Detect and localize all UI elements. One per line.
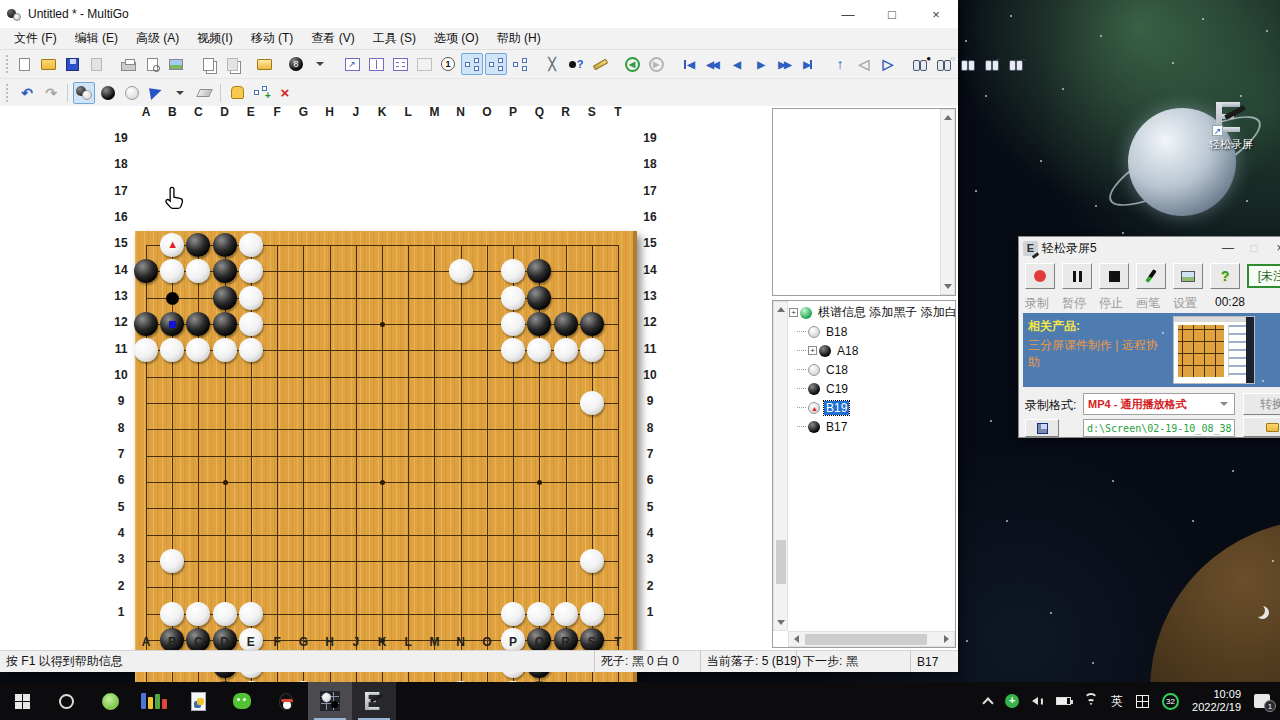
pen-icon — [1145, 269, 1156, 283]
open-file-button[interactable] — [37, 53, 59, 75]
taskbar-clock[interactable]: 10:09 2022/2/19 — [1192, 688, 1241, 714]
tree-horizontal-scrollbar[interactable] — [788, 631, 955, 647]
dropdown-caret-icon — [316, 62, 324, 66]
taskbar-apps — [0, 682, 396, 720]
grid-line — [146, 561, 619, 562]
stone-black-S16 — [580, 312, 604, 336]
app-tiles-button[interactable] — [132, 682, 176, 720]
coordinate-label: R — [553, 635, 579, 649]
tree-node-C19[interactable]: C19 — [789, 379, 955, 398]
tools-button[interactable]: ╳ — [541, 53, 563, 75]
grid-line — [146, 535, 619, 536]
tree-node-label: C18 — [824, 363, 850, 377]
stone-number-icon: 8 — [289, 57, 303, 71]
find-position-button[interactable] — [957, 53, 979, 75]
record-icon — [1034, 270, 1046, 282]
tree-branch-line — [797, 388, 806, 389]
star — [1172, 62, 1174, 64]
stone-alternate-button[interactable] — [73, 82, 95, 104]
dropdown-caret-button[interactable] — [309, 53, 331, 75]
stone-white-C15 — [186, 338, 210, 362]
find-next-button[interactable]: → — [1005, 53, 1027, 75]
copy-button[interactable] — [197, 53, 219, 75]
tree-view-2-icon — [489, 58, 504, 71]
delete-node-icon: × — [281, 84, 290, 101]
desktop-shortcut-recorder[interactable]: ↗ 轻松录屏 — [1198, 100, 1264, 166]
status-next-player: 下一步: 黑 — [796, 651, 910, 672]
convert-button[interactable]: 转换 — [1243, 393, 1280, 415]
coordinate-label: 3 — [637, 552, 663, 566]
close-button[interactable]: × — [914, 0, 958, 28]
split-vertical-icon — [369, 58, 384, 71]
minimize-button[interactable]: — — [826, 0, 870, 28]
stone-white-E16 — [239, 312, 263, 336]
star — [965, 40, 967, 42]
ime-grid-icon[interactable] — [1136, 695, 1149, 708]
new-file-button[interactable] — [13, 53, 35, 75]
recorder-button-label: 暂停 — [1062, 295, 1086, 312]
banner-title: 相关产品: — [1028, 318, 1080, 335]
pan-hand-button[interactable] — [226, 82, 248, 104]
stop-icon — [1109, 271, 1120, 282]
stone-white-E5 — [239, 602, 263, 626]
battery-percent-icon[interactable]: 32 — [1162, 693, 1179, 710]
folder-icon — [1266, 423, 1279, 432]
save-page-icon — [91, 58, 102, 71]
volume-icon[interactable] — [1032, 697, 1043, 706]
star — [1095, 205, 1097, 207]
stone-black-icon — [101, 86, 115, 100]
tree-node-A18[interactable]: +A18 — [789, 341, 955, 360]
coordinate-label: 6 — [637, 473, 663, 487]
search-button[interactable] — [44, 682, 88, 720]
stone-black-D18 — [213, 259, 237, 283]
coordinate-label: 9 — [637, 394, 663, 408]
scroll-thumb[interactable] — [776, 540, 786, 584]
status-captures: 死子: 黑 0 白 0 — [594, 651, 700, 672]
open-folder-button[interactable] — [1243, 417, 1280, 437]
branch-prev-button[interactable]: ◁ — [853, 53, 875, 75]
save-file-icon — [66, 58, 79, 71]
coordinate-label: C — [185, 105, 211, 119]
grid-line — [146, 429, 619, 430]
coordinate-label: 10 — [637, 368, 663, 382]
insert-node-button[interactable]: + — [250, 82, 272, 104]
app-wechat-button[interactable] — [220, 682, 264, 720]
tools-icon: ╳ — [548, 57, 555, 71]
find-white-button[interactable]: ○ — [933, 53, 955, 75]
stone-white-S15 — [580, 338, 604, 362]
dropdown-caret-button[interactable] — [169, 82, 191, 104]
game-tree: +棋谱信息 添加黑子 添加白子B18+A18C18C19▲B19B17 — [789, 303, 955, 615]
split-vertical-button[interactable] — [365, 53, 387, 75]
star — [1112, 480, 1114, 482]
toolbar-edit: ↶↷+× — [0, 78, 958, 106]
print-icon — [121, 62, 136, 71]
eraser-button[interactable] — [193, 82, 215, 104]
coordinate-label: G — [290, 635, 316, 649]
save-page-button[interactable] — [85, 53, 107, 75]
tree-node-C18[interactable]: C18 — [789, 360, 955, 379]
stone-white-S7 — [580, 549, 604, 573]
expander-icon[interactable]: + — [789, 308, 798, 317]
white-stone-icon — [808, 326, 820, 338]
stone-white-Q15 — [527, 338, 551, 362]
stone-white-button[interactable] — [121, 82, 143, 104]
triangle-icon: ▲ — [811, 404, 818, 413]
star — [1202, 18, 1204, 20]
tree-vertical-scrollbar[interactable] — [773, 301, 788, 631]
stone-white-S5 — [580, 602, 604, 626]
menu-options[interactable]: 选项 (O) — [426, 28, 487, 49]
pen-icon — [1224, 105, 1246, 120]
stone-white-B18 — [160, 259, 184, 283]
tree-view-2-button[interactable] — [485, 53, 507, 75]
nav-back-icon: ◀ — [733, 59, 739, 70]
coordinate-label: J — [343, 105, 369, 119]
show-move-1-button[interactable]: 1 — [437, 53, 459, 75]
dropdown-caret-icon — [176, 91, 184, 95]
tree-node-B19[interactable]: ▲B19 — [789, 398, 955, 417]
qq-icon — [279, 693, 293, 710]
game-tree-panel: +棋谱信息 添加黑子 添加白子B18+A18C18C19▲B19B17 — [772, 300, 956, 648]
print-preview-button[interactable] — [141, 53, 163, 75]
stone-black-D19 — [213, 233, 237, 257]
star — [1266, 30, 1268, 32]
redo-button[interactable]: ↷ — [40, 82, 62, 104]
coordinate-label: 1 — [108, 605, 134, 619]
comment-scrollbar[interactable] — [940, 109, 955, 295]
label-mode-icon — [149, 86, 163, 100]
screen: ↗ 轻松录屏 Untitled * - MultiGo — □ × 文件 (F)… — [0, 0, 1280, 720]
help-button[interactable]: ? — [1210, 263, 1240, 289]
save-file-button[interactable] — [61, 53, 83, 75]
floppy-icon — [1037, 423, 1048, 434]
tray-expand-icon[interactable] — [982, 697, 993, 708]
toolbar-grip[interactable] — [6, 55, 8, 73]
recorder-controls: ? — [1025, 263, 1240, 289]
board-only-button[interactable] — [413, 53, 435, 75]
toolbar-grip[interactable] — [6, 84, 11, 102]
stone-black-Q17 — [527, 286, 551, 310]
nav-back-button[interactable]: ◀ — [725, 53, 747, 75]
menu-view[interactable]: 查看 (V) — [303, 28, 362, 49]
recorder-maximize-button[interactable]: □ — [1241, 238, 1267, 258]
coordinate-label: E — [238, 105, 264, 119]
screenshot-icon — [1181, 271, 1195, 282]
app-360-button[interactable] — [88, 682, 132, 720]
recorder-app-icon: ↗ — [1214, 100, 1248, 134]
nav-first-button[interactable]: ◀ — [677, 53, 699, 75]
go-forward-circle-button[interactable]: ▶ — [645, 53, 667, 75]
stone-number-button[interactable]: 8 — [285, 53, 307, 75]
stone-black-Q18 — [527, 259, 551, 283]
menu-video[interactable]: 视频(I) — [189, 28, 240, 49]
next-move-preview — [166, 292, 179, 305]
app-qq-button[interactable] — [264, 682, 308, 720]
ad-banner[interactable]: 相关产品: 三分屏课件制作 | 远程协助 — [1023, 313, 1280, 387]
coordinate-label: 2 — [108, 579, 134, 593]
tree-view-3-button[interactable] — [509, 53, 531, 75]
star — [1100, 35, 1102, 37]
tree-node-label: C19 — [824, 382, 850, 396]
window-title: Untitled * - MultiGo — [28, 7, 826, 21]
stone-white-E15 — [239, 338, 263, 362]
stone-black-button[interactable] — [97, 82, 119, 104]
nav-ffwd-button[interactable]: ▶▶ — [773, 53, 795, 75]
print-button[interactable] — [117, 53, 139, 75]
nav-last-button[interactable]: ▶ — [797, 53, 819, 75]
settings-button[interactable] — [1173, 263, 1203, 289]
stone-white-Q5 — [527, 602, 551, 626]
find-prev-button[interactable]: ← — [981, 53, 1003, 75]
export-image-button[interactable] — [165, 53, 187, 75]
recorder-minimize-button[interactable]: — — [1215, 238, 1241, 258]
stone-white-P16 — [501, 312, 525, 336]
star — [1030, 242, 1032, 244]
guess-next-move-icon: ? — [569, 58, 584, 70]
expander-icon[interactable]: + — [808, 346, 817, 355]
find-position-icon — [961, 60, 975, 69]
stone-white-B5 — [160, 602, 184, 626]
format-dropdown[interactable]: MP4 - 通用播放格式 — [1083, 393, 1235, 415]
coordinate-label: Q — [526, 105, 552, 119]
white-stone-icon — [808, 364, 820, 376]
stone-white-R15 — [554, 338, 578, 362]
coordinate-label: A — [133, 635, 159, 649]
plus-icon: + — [265, 90, 271, 101]
status-hover-coordinate: B17 — [910, 651, 958, 672]
tree-node-label: 棋谱信息 添加黑子 添加白子 — [816, 304, 955, 321]
menu-edit[interactable]: 编辑 (E) — [67, 28, 126, 49]
coordinate-label: 13 — [108, 289, 134, 303]
magnifier-icon — [153, 65, 160, 72]
tree-branch-line — [797, 350, 806, 351]
coordinate-label: P — [500, 105, 526, 119]
paste-button[interactable] — [221, 53, 243, 75]
separator — [67, 84, 68, 102]
black-stone-icon — [808, 383, 820, 395]
star — [1040, 160, 1042, 162]
find-next-icon: → — [1009, 60, 1023, 69]
nav-first-icon: ◀ — [683, 59, 693, 70]
find-prev-icon: ← — [985, 60, 999, 69]
recorder-title-bar[interactable]: E 轻松录屏5 — □ × — [1019, 237, 1280, 259]
undo-button[interactable]: ↶ — [16, 82, 38, 104]
wechat-icon — [233, 693, 251, 709]
coordinate-label: 5 — [637, 500, 663, 514]
stone-black-D16 — [213, 312, 237, 336]
go-forward-circle-icon: ▶ — [649, 57, 664, 72]
nav-rewind-button[interactable]: ◀◀ — [701, 53, 723, 75]
stone-white-P18 — [501, 259, 525, 283]
multigo-logo-icon — [6, 6, 22, 22]
antivirus-tray-icon[interactable]: + — [1005, 694, 1019, 708]
undo-icon: ↶ — [21, 85, 33, 101]
find-black-button[interactable]: ● — [909, 53, 931, 75]
recorder-button-label: 停止 — [1099, 295, 1123, 312]
star — [1192, 520, 1194, 522]
coordinate-label: 16 — [637, 210, 663, 224]
coordinate-label: 11 — [108, 342, 134, 356]
go-back-circle-button[interactable]: ◀ — [621, 53, 643, 75]
pause-button[interactable] — [1062, 263, 1092, 289]
coordinate-label: 13 — [637, 289, 663, 303]
output-path-field[interactable]: d:\Screen\02-19-10_08_38.mp4 — [1083, 419, 1235, 437]
star — [990, 420, 992, 422]
ime-language-indicator[interactable]: 英 — [1111, 693, 1123, 710]
tiles-icon — [141, 693, 167, 709]
coordinate-label: O — [474, 635, 500, 649]
shortcut-arrow-icon: ↗ — [1212, 125, 1223, 136]
menu-help[interactable]: 帮助 (H) — [489, 28, 549, 49]
wifi-icon[interactable] — [1084, 696, 1098, 707]
coordinate-label: 4 — [108, 526, 134, 540]
stone-alternate-icon — [76, 86, 92, 100]
star — [1092, 662, 1094, 664]
black-stone-icon — [808, 421, 820, 433]
stone-dot — [569, 61, 576, 68]
recorder-icon — [364, 691, 384, 711]
mouse-cursor-hand — [163, 186, 187, 212]
register-status[interactable]: [未注册] — [1247, 264, 1280, 288]
recorder-preview-thumbnail — [1173, 316, 1255, 384]
coordinate-label: 12 — [108, 315, 134, 329]
save-recording-button[interactable] — [1025, 419, 1059, 437]
triangle-marker: ▲ — [167, 239, 178, 250]
record-button[interactable] — [1025, 263, 1055, 289]
stone-white-icon — [125, 86, 139, 100]
star — [1262, 380, 1264, 382]
menu-move[interactable]: 移动 (T) — [243, 28, 302, 49]
coordinate-label: O — [474, 105, 500, 119]
star — [1010, 15, 1012, 17]
start-button[interactable] — [0, 682, 44, 720]
coordinate-label: 16 — [108, 210, 134, 224]
tree-node-B18[interactable]: B18 — [789, 322, 955, 341]
label-mode-button[interactable] — [145, 82, 167, 104]
coordinate-label: 3 — [108, 552, 134, 566]
tree-node-root[interactable]: +棋谱信息 添加黑子 添加白子 — [789, 303, 955, 322]
coordinate-label: E — [238, 635, 264, 649]
maximize-button[interactable]: □ — [870, 0, 914, 28]
black-stone-icon — [819, 345, 831, 357]
app-python-button[interactable] — [176, 682, 220, 720]
star-point — [537, 480, 542, 485]
browser-icon — [102, 693, 119, 710]
chevron-down-icon — [1220, 402, 1228, 406]
battery-icon[interactable] — [1056, 697, 1071, 705]
stone-black-C16 — [186, 312, 210, 336]
nav-rewind-icon: ◀◀ — [706, 59, 717, 70]
stone-white-E17 — [239, 286, 263, 310]
windows-logo-icon — [15, 694, 30, 709]
pen-button[interactable] — [1136, 263, 1166, 289]
coordinate-label: D — [212, 635, 238, 649]
split-horizontal-button[interactable] — [389, 53, 411, 75]
tree-view-1-button[interactable] — [461, 53, 483, 75]
title-bar[interactable]: Untitled * - MultiGo — □ × — [0, 0, 958, 28]
app-multigo-button[interactable] — [308, 682, 352, 720]
stop-button[interactable] — [1099, 263, 1129, 289]
game-info-button[interactable] — [253, 53, 275, 75]
recorder-close-button[interactable]: × — [1267, 238, 1280, 258]
notification-center-icon[interactable]: 1 — [1254, 694, 1270, 708]
star — [1062, 88, 1064, 90]
find-black-icon: ● — [913, 60, 927, 69]
coordinate-label: M — [421, 635, 447, 649]
branch-up-button[interactable]: ↑ — [829, 53, 851, 75]
find-white-icon: ○ — [937, 60, 951, 69]
coordinate-label: M — [421, 105, 447, 119]
coordinate-label: 8 — [108, 421, 134, 435]
coordinate-label: 14 — [108, 263, 134, 277]
stone-white-P5 — [501, 602, 525, 626]
tree-node-label: A18 — [835, 344, 860, 358]
menu-tools[interactable]: 工具 (S) — [365, 28, 424, 49]
notification-badge: 1 — [1264, 700, 1276, 712]
star — [985, 95, 987, 97]
coordinate-label: K — [369, 105, 395, 119]
stone-black-Q16 — [527, 312, 551, 336]
eraser-icon — [196, 89, 213, 97]
star — [1240, 95, 1242, 97]
stone-white-B15 — [160, 338, 184, 362]
stone-white-R5 — [554, 602, 578, 626]
scroll-thumb[interactable] — [805, 634, 927, 645]
menu-advanced[interactable]: 高级 (A) — [128, 28, 187, 49]
nav-last-icon: ▶ — [803, 59, 813, 70]
tree-node-label: B18 — [824, 325, 849, 339]
recorder-button-label: 录制 — [1025, 295, 1049, 312]
export-image-icon — [169, 59, 183, 70]
recorder-window: E 轻松录屏5 — □ × ? [未注册] 录制暂停停止画笔设置 00:28 |… — [1018, 236, 1280, 438]
branch-up-icon: ↑ — [837, 56, 844, 72]
board-window-button[interactable]: ↗ — [341, 53, 363, 75]
comment-panel[interactable] — [772, 108, 956, 296]
board-only-icon — [417, 58, 432, 71]
coordinate-label: T — [605, 635, 631, 649]
grid-line — [146, 508, 619, 509]
square-marker — [169, 321, 176, 328]
toolbar-main: 8↗1╳?◀▶◀◀◀◀▶▶▶▶↑◁▷●○←→ — [0, 50, 958, 78]
branch-next-button[interactable]: ▷ — [877, 53, 899, 75]
guess-next-move-button[interactable]: ? — [565, 53, 587, 75]
tree-node-B17[interactable]: B17 — [789, 417, 955, 436]
app-recorder-button[interactable] — [352, 682, 396, 720]
crescent-moon — [1252, 604, 1265, 617]
stone-white-C5 — [186, 602, 210, 626]
clean-board-button[interactable] — [589, 53, 611, 75]
redo-icon: ↷ — [45, 85, 57, 101]
banner-line: 三分屏课件制作 | 远程协助 — [1028, 337, 1168, 371]
stone-white-A15 — [134, 338, 158, 362]
search-icon — [59, 694, 74, 709]
taskbar: + 英 32 10:09 2022/2/19 1 — [0, 682, 1280, 720]
menu-file[interactable]: 文件 (F) — [6, 28, 65, 49]
format-label: 录制格式: — [1025, 397, 1076, 414]
coordinate-label: 2 — [637, 579, 663, 593]
coordinate-label: 19 — [637, 131, 663, 145]
coordinate-label: B — [159, 635, 185, 649]
delete-node-button[interactable]: × — [274, 82, 296, 104]
coordinate-label: 1 — [637, 605, 663, 619]
recorder-button-label: 设置 — [1173, 295, 1197, 312]
white-triangle-stone-icon: ▲ — [808, 402, 820, 414]
pause-icon — [1073, 271, 1082, 282]
coordinate-label: 10 — [108, 368, 134, 382]
nav-forward-button[interactable]: ▶ — [749, 53, 771, 75]
